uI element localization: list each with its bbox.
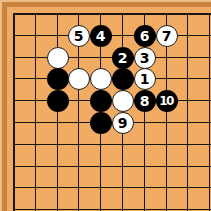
go-corner-diagram[interactable]: 54672318109 [0, 0, 211, 211]
stone-white-9: 9 [112, 112, 134, 134]
stone-white-1: 1 [134, 68, 156, 90]
stone-move-number: 9 [118, 116, 128, 130]
stone-white-plain [90, 68, 112, 90]
stone-white-7: 7 [156, 25, 178, 47]
stone-move-number: 7 [162, 29, 172, 43]
stone-white-plain [47, 47, 69, 69]
stone-move-number: 3 [140, 51, 150, 65]
stone-move-number: 10 [159, 95, 173, 107]
stone-black-6: 6 [134, 25, 156, 47]
stone-white-5: 5 [68, 25, 90, 47]
stone-black-4: 4 [90, 25, 112, 47]
stone-black-plain [90, 112, 112, 134]
stone-black-2: 2 [112, 47, 134, 69]
stone-black-plain [112, 68, 134, 90]
stone-move-number: 1 [140, 72, 150, 86]
stone-move-number: 4 [96, 29, 106, 43]
stone-black-plain [47, 90, 69, 112]
stone-move-number: 2 [118, 51, 128, 65]
stone-black-plain [90, 90, 112, 112]
frame-highlight-top [0, 0, 211, 2]
stones-layer: 54672318109 [0, 0, 211, 211]
stone-move-number: 8 [140, 94, 150, 108]
stone-move-number: 6 [140, 29, 150, 43]
stone-white-plain [112, 90, 134, 112]
stone-white-3: 3 [134, 47, 156, 69]
stone-black-10: 10 [156, 90, 178, 112]
frame-highlight-left [0, 0, 2, 211]
stone-black-8: 8 [134, 90, 156, 112]
stone-black-plain [47, 68, 69, 90]
stone-white-plain [68, 68, 90, 90]
stone-move-number: 5 [74, 29, 84, 43]
